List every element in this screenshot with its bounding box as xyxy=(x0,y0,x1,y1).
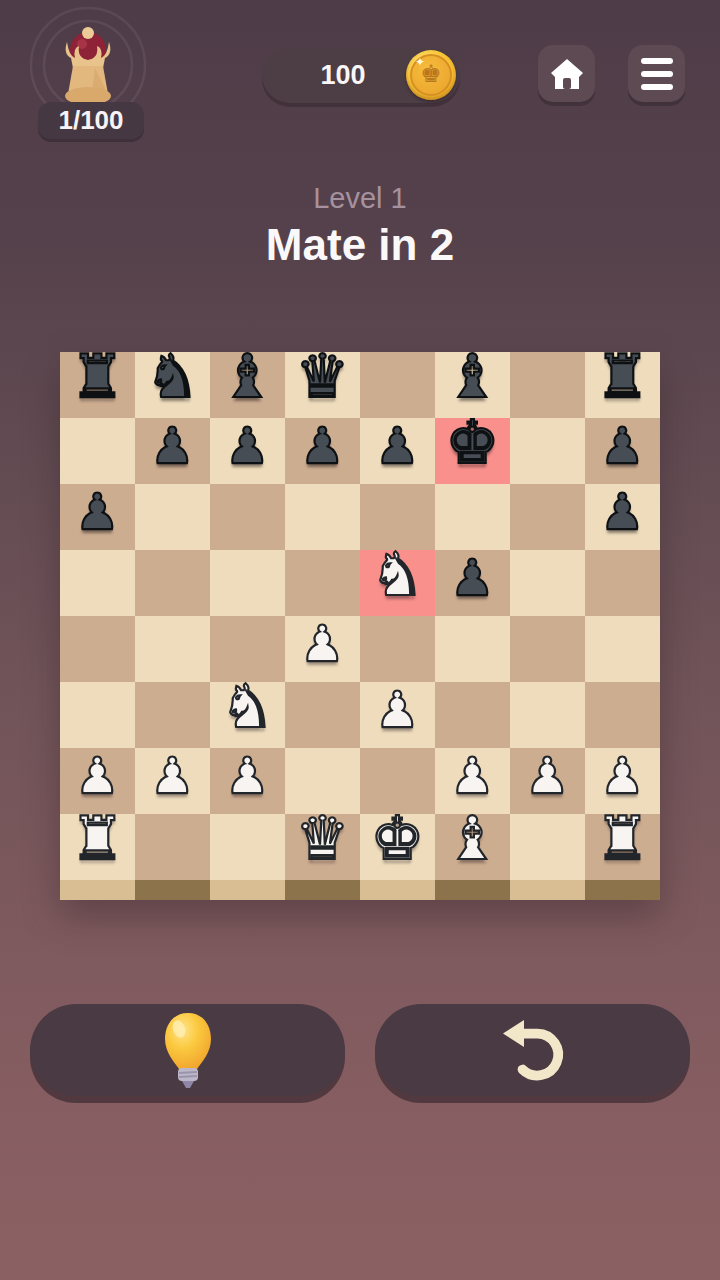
black-pawn: ♟ xyxy=(450,545,495,611)
square-d7[interactable]: ♟ xyxy=(285,418,360,484)
square-b5[interactable] xyxy=(135,550,210,616)
square-c5[interactable] xyxy=(210,550,285,616)
square-f1[interactable]: ♝ xyxy=(435,814,510,880)
white-pawn: ♟ xyxy=(525,743,570,809)
black-rook: ♜ xyxy=(596,343,650,409)
square-e3[interactable]: ♟ xyxy=(360,682,435,748)
level-progress-badge: 1/100 xyxy=(38,102,144,139)
white-pawn: ♟ xyxy=(450,743,495,809)
square-h3[interactable] xyxy=(585,682,660,748)
square-h1[interactable]: ♜ xyxy=(585,814,660,880)
square-h2[interactable]: ♟ xyxy=(585,748,660,814)
white-bishop: ♝ xyxy=(446,805,500,871)
square-e1[interactable]: ♚ xyxy=(360,814,435,880)
square-f7[interactable]: ♚ xyxy=(435,418,510,484)
level-subtitle: Level 1 xyxy=(0,182,720,215)
square-c3[interactable]: ♞ xyxy=(210,682,285,748)
white-pawn: ♟ xyxy=(75,743,120,809)
level-progress-text: 1/100 xyxy=(58,105,123,136)
square-g8[interactable] xyxy=(510,352,585,418)
black-pawn: ♟ xyxy=(225,413,270,479)
square-e2[interactable] xyxy=(360,748,435,814)
coin-amount: 100 xyxy=(262,60,406,91)
square-d8[interactable]: ♛ xyxy=(285,352,360,418)
square-a4[interactable] xyxy=(60,616,135,682)
square-a6[interactable]: ♟ xyxy=(60,484,135,550)
square-b1[interactable] xyxy=(135,814,210,880)
white-pawn: ♟ xyxy=(225,743,270,809)
app-screen: 1/100 100 ♚ ✦ Level 1 Mate in 2 ♜♞♝♛♝♜♟♟… xyxy=(0,0,720,1280)
square-e6[interactable] xyxy=(360,484,435,550)
square-e4[interactable] xyxy=(360,616,435,682)
board-edge-segment xyxy=(135,880,210,900)
square-f3[interactable] xyxy=(435,682,510,748)
board-edge-segment xyxy=(510,880,585,900)
black-pawn: ♟ xyxy=(600,479,645,545)
square-a2[interactable]: ♟ xyxy=(60,748,135,814)
board-block: ♜♞♝♛♝♜♟♟♟♟♚♟♟♟♞♟♟♞♟♟♟♟♟♟♟♜♛♚♝♜ xyxy=(60,352,660,900)
square-g5[interactable] xyxy=(510,550,585,616)
black-rook: ♜ xyxy=(71,343,125,409)
square-g3[interactable] xyxy=(510,682,585,748)
white-pawn: ♟ xyxy=(375,677,420,743)
black-queen: ♛ xyxy=(296,343,350,409)
board-3d-edge xyxy=(60,880,660,900)
black-bishop: ♝ xyxy=(446,343,500,409)
square-f4[interactable] xyxy=(435,616,510,682)
chess-board: ♜♞♝♛♝♜♟♟♟♟♚♟♟♟♞♟♟♞♟♟♟♟♟♟♟♜♛♚♝♜ xyxy=(60,352,660,880)
board-edge-segment xyxy=(360,880,435,900)
board-edge-segment xyxy=(60,880,135,900)
square-b4[interactable] xyxy=(135,616,210,682)
hint-button[interactable] xyxy=(30,1004,345,1096)
white-pawn: ♟ xyxy=(300,611,345,677)
board-edge-segment xyxy=(435,880,510,900)
black-pawn: ♟ xyxy=(150,413,195,479)
undo-arrow-icon xyxy=(495,1014,571,1086)
square-a5[interactable] xyxy=(60,550,135,616)
board-edge-segment xyxy=(285,880,360,900)
square-f5[interactable]: ♟ xyxy=(435,550,510,616)
square-f6[interactable] xyxy=(435,484,510,550)
square-g2[interactable]: ♟ xyxy=(510,748,585,814)
square-h5[interactable] xyxy=(585,550,660,616)
square-d4[interactable]: ♟ xyxy=(285,616,360,682)
white-rook: ♜ xyxy=(596,805,650,871)
square-a1[interactable]: ♜ xyxy=(60,814,135,880)
square-g1[interactable] xyxy=(510,814,585,880)
white-pawn: ♟ xyxy=(600,743,645,809)
home-icon xyxy=(550,58,584,90)
square-d1[interactable]: ♛ xyxy=(285,814,360,880)
coin-counter[interactable]: 100 ♚ ✦ xyxy=(262,47,460,103)
black-pawn: ♟ xyxy=(300,413,345,479)
white-knight: ♞ xyxy=(221,673,275,739)
square-c4[interactable] xyxy=(210,616,285,682)
square-a3[interactable] xyxy=(60,682,135,748)
square-g6[interactable] xyxy=(510,484,585,550)
black-pawn: ♟ xyxy=(75,479,120,545)
square-c6[interactable] xyxy=(210,484,285,550)
square-a7[interactable] xyxy=(60,418,135,484)
square-e7[interactable]: ♟ xyxy=(360,418,435,484)
square-c1[interactable] xyxy=(210,814,285,880)
square-g4[interactable] xyxy=(510,616,585,682)
square-b6[interactable] xyxy=(135,484,210,550)
square-d2[interactable] xyxy=(285,748,360,814)
black-pawn: ♟ xyxy=(375,413,420,479)
black-knight: ♞ xyxy=(146,343,200,409)
board-edge-segment xyxy=(585,880,660,900)
square-b8[interactable]: ♞ xyxy=(135,352,210,418)
square-h8[interactable]: ♜ xyxy=(585,352,660,418)
square-c7[interactable]: ♟ xyxy=(210,418,285,484)
square-f2[interactable]: ♟ xyxy=(435,748,510,814)
hamburger-menu-icon xyxy=(641,58,673,90)
square-f8[interactable]: ♝ xyxy=(435,352,510,418)
square-a8[interactable]: ♜ xyxy=(60,352,135,418)
lightbulb-icon xyxy=(159,1011,217,1089)
square-d6[interactable] xyxy=(285,484,360,550)
square-b3[interactable] xyxy=(135,682,210,748)
square-h4[interactable] xyxy=(585,616,660,682)
board-edge-segment xyxy=(210,880,285,900)
home-button[interactable] xyxy=(538,45,595,102)
white-king: ♚ xyxy=(371,805,425,871)
square-d3[interactable] xyxy=(285,682,360,748)
square-h7[interactable]: ♟ xyxy=(585,418,660,484)
black-pawn: ♟ xyxy=(600,413,645,479)
square-c8[interactable]: ♝ xyxy=(210,352,285,418)
square-e8[interactable] xyxy=(360,352,435,418)
undo-button[interactable] xyxy=(375,1004,690,1096)
square-e5[interactable]: ♞ xyxy=(360,550,435,616)
square-b2[interactable]: ♟ xyxy=(135,748,210,814)
chess-piece-avatar-icon xyxy=(65,27,111,105)
white-queen: ♛ xyxy=(296,805,350,871)
page-title: Mate in 2 xyxy=(0,220,720,270)
square-g7[interactable] xyxy=(510,418,585,484)
menu-button[interactable] xyxy=(628,45,685,102)
white-knight: ♞ xyxy=(371,541,425,607)
profile-avatar[interactable]: 1/100 xyxy=(23,2,153,134)
black-king: ♚ xyxy=(446,409,500,475)
white-pawn: ♟ xyxy=(150,743,195,809)
square-b7[interactable]: ♟ xyxy=(135,418,210,484)
square-d5[interactable] xyxy=(285,550,360,616)
white-rook: ♜ xyxy=(71,805,125,871)
gold-coin-icon: ♚ ✦ xyxy=(406,50,456,100)
black-bishop: ♝ xyxy=(221,343,275,409)
square-h6[interactable]: ♟ xyxy=(585,484,660,550)
square-c2[interactable]: ♟ xyxy=(210,748,285,814)
